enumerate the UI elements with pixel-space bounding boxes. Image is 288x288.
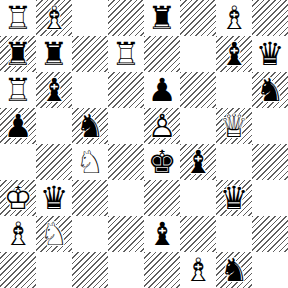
piece-outline-layer: ♘: [72, 144, 108, 180]
square-a2[interactable]: ♝♗: [0, 216, 36, 252]
chess-diagram: ♜♖♝♗♜♝♗♜♜♜♖♝♛♜♖♝♟♞♟♞♟♙♛♕♞♘♚♝♚♔♛♛♝♗♞♘♝♝♗♞: [0, 0, 288, 288]
black-bishop-piece[interactable]: ♝: [216, 36, 252, 72]
square-c4[interactable]: ♞♘: [72, 144, 108, 180]
square-g5[interactable]: ♛♕: [216, 108, 252, 144]
square-c7[interactable]: [72, 36, 108, 72]
square-g2[interactable]: [216, 216, 252, 252]
black-knight-piece[interactable]: ♞: [72, 108, 108, 144]
square-f2[interactable]: [180, 216, 216, 252]
square-h6[interactable]: ♞: [252, 72, 288, 108]
square-b2[interactable]: ♞♘: [36, 216, 72, 252]
square-d8[interactable]: [108, 0, 144, 36]
black-king-piece[interactable]: ♚: [144, 144, 180, 180]
square-f6[interactable]: [180, 72, 216, 108]
square-b1[interactable]: [36, 252, 72, 288]
square-h8[interactable]: [252, 0, 288, 36]
square-d6[interactable]: [108, 72, 144, 108]
square-e6[interactable]: ♟: [144, 72, 180, 108]
white-pawn-piece[interactable]: ♟♙: [144, 108, 180, 144]
square-h3[interactable]: [252, 180, 288, 216]
square-a7[interactable]: ♜: [0, 36, 36, 72]
piece-outline-layer: ♖: [0, 72, 36, 108]
square-f4[interactable]: ♝: [180, 144, 216, 180]
square-c6[interactable]: [72, 72, 108, 108]
square-a3[interactable]: ♚♔: [0, 180, 36, 216]
square-d5[interactable]: [108, 108, 144, 144]
square-a4[interactable]: [0, 144, 36, 180]
black-rook-piece[interactable]: ♜: [144, 0, 180, 36]
chess-board: ♜♖♝♗♜♝♗♜♜♜♖♝♛♜♖♝♟♞♟♞♟♙♛♕♞♘♚♝♚♔♛♛♝♗♞♘♝♝♗♞: [0, 0, 288, 288]
square-f1[interactable]: ♝♗: [180, 252, 216, 288]
piece-outline-layer: ♖: [108, 36, 144, 72]
white-rook-piece[interactable]: ♜♖: [0, 72, 36, 108]
square-c1[interactable]: [72, 252, 108, 288]
square-d7[interactable]: ♜♖: [108, 36, 144, 72]
white-knight-piece[interactable]: ♞♘: [36, 216, 72, 252]
white-rook-piece[interactable]: ♜♖: [108, 36, 144, 72]
square-b5[interactable]: [36, 108, 72, 144]
square-a1[interactable]: [0, 252, 36, 288]
square-e5[interactable]: ♟♙: [144, 108, 180, 144]
piece-outline-layer: ♕: [216, 108, 252, 144]
black-queen-piece[interactable]: ♛: [216, 180, 252, 216]
square-g3[interactable]: ♛: [216, 180, 252, 216]
square-d2[interactable]: [108, 216, 144, 252]
white-knight-piece[interactable]: ♞♘: [72, 144, 108, 180]
piece-outline-layer: ♙: [144, 108, 180, 144]
black-bishop-piece[interactable]: ♝: [144, 216, 180, 252]
square-a5[interactable]: ♟: [0, 108, 36, 144]
square-a8[interactable]: ♜♖: [0, 0, 36, 36]
piece-outline-layer: ♗: [36, 0, 72, 36]
black-knight-piece[interactable]: ♞: [216, 252, 252, 288]
square-e3[interactable]: [144, 180, 180, 216]
black-pawn-piece[interactable]: ♟: [144, 72, 180, 108]
square-b7[interactable]: ♜: [36, 36, 72, 72]
square-c2[interactable]: [72, 216, 108, 252]
square-g1[interactable]: ♞: [216, 252, 252, 288]
piece-outline-layer: ♔: [0, 180, 36, 216]
white-bishop-piece[interactable]: ♝♗: [216, 0, 252, 36]
piece-outline-layer: ♗: [216, 0, 252, 36]
square-g7[interactable]: ♝: [216, 36, 252, 72]
square-e7[interactable]: [144, 36, 180, 72]
square-d3[interactable]: [108, 180, 144, 216]
square-b8[interactable]: ♝♗: [36, 0, 72, 36]
square-g6[interactable]: [216, 72, 252, 108]
black-rook-piece[interactable]: ♜: [0, 36, 36, 72]
square-a6[interactable]: ♜♖: [0, 72, 36, 108]
white-rook-piece[interactable]: ♜♖: [0, 0, 36, 36]
square-h2[interactable]: [252, 216, 288, 252]
piece-outline-layer: ♖: [0, 0, 36, 36]
piece-outline-layer: ♘: [36, 216, 72, 252]
square-b4[interactable]: [36, 144, 72, 180]
black-queen-piece[interactable]: ♛: [36, 180, 72, 216]
square-g8[interactable]: ♝♗: [216, 0, 252, 36]
square-h1[interactable]: [252, 252, 288, 288]
square-f3[interactable]: [180, 180, 216, 216]
black-bishop-piece[interactable]: ♝: [36, 72, 72, 108]
square-b3[interactable]: ♛: [36, 180, 72, 216]
square-h5[interactable]: [252, 108, 288, 144]
square-e2[interactable]: ♝: [144, 216, 180, 252]
square-d4[interactable]: [108, 144, 144, 180]
square-c5[interactable]: ♞: [72, 108, 108, 144]
black-bishop-piece[interactable]: ♝: [180, 144, 216, 180]
square-h4[interactable]: [252, 144, 288, 180]
black-pawn-piece[interactable]: ♟: [0, 108, 36, 144]
square-c8[interactable]: [72, 0, 108, 36]
white-bishop-piece[interactable]: ♝♗: [180, 252, 216, 288]
white-king-piece[interactable]: ♚♔: [0, 180, 36, 216]
square-e8[interactable]: ♜: [144, 0, 180, 36]
square-b6[interactable]: ♝: [36, 72, 72, 108]
square-f7[interactable]: [180, 36, 216, 72]
white-queen-piece[interactable]: ♛♕: [216, 108, 252, 144]
square-e4[interactable]: ♚: [144, 144, 180, 180]
white-bishop-piece[interactable]: ♝♗: [0, 216, 36, 252]
piece-outline-layer: ♗: [0, 216, 36, 252]
square-g4[interactable]: [216, 144, 252, 180]
square-f5[interactable]: [180, 108, 216, 144]
square-c3[interactable]: [72, 180, 108, 216]
square-f8[interactable]: [180, 0, 216, 36]
square-e1[interactable]: [144, 252, 180, 288]
black-knight-piece[interactable]: ♞: [252, 72, 288, 108]
white-bishop-piece[interactable]: ♝♗: [36, 0, 72, 36]
black-rook-piece[interactable]: ♜: [36, 36, 72, 72]
black-queen-piece[interactable]: ♛: [252, 36, 288, 72]
square-h7[interactable]: ♛: [252, 36, 288, 72]
square-d1[interactable]: [108, 252, 144, 288]
piece-outline-layer: ♗: [180, 252, 216, 288]
